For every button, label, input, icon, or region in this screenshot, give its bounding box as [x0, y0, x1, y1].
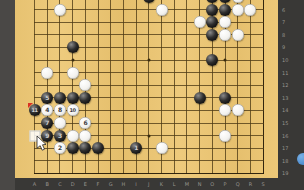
stone-white[interactable]: [79, 79, 91, 91]
row-label: 16: [282, 133, 288, 138]
grid-line-horizontal: [34, 123, 264, 124]
grid-line-horizontal: [34, 160, 264, 161]
column-label: C: [58, 182, 62, 187]
move-number-label: 8: [58, 107, 62, 113]
stone-white[interactable]: [156, 142, 168, 154]
column-label: A: [33, 182, 36, 187]
stone-white[interactable]: [232, 104, 244, 116]
stone-white[interactable]: [67, 130, 79, 142]
stone-black[interactable]: [219, 4, 231, 16]
column-label: F: [97, 182, 100, 187]
stone-black[interactable]: [67, 41, 79, 53]
column-label: B: [45, 182, 48, 187]
mouse-cursor-icon: [36, 136, 48, 152]
stone-white[interactable]: [54, 117, 66, 129]
stone-white[interactable]: [156, 4, 168, 16]
column-label: S: [262, 182, 265, 187]
column-label: D: [71, 182, 75, 187]
stone-white[interactable]: [79, 130, 91, 142]
stone-black[interactable]: [206, 4, 218, 16]
stone-black[interactable]: [67, 92, 79, 104]
stone-white[interactable]: [194, 16, 206, 28]
stone-black[interactable]: [206, 29, 218, 41]
grid-line-horizontal: [34, 85, 264, 86]
stone-black[interactable]: [92, 142, 104, 154]
stone-black[interactable]: [206, 54, 218, 66]
column-label: Q: [236, 182, 240, 187]
row-label: 6: [282, 7, 285, 12]
move-number-label: 6: [83, 120, 87, 126]
go-app-screen: 5114810769321 ABCDEFGHIJKLMNOPQRS6789101…: [0, 0, 304, 190]
column-label: I: [135, 182, 136, 187]
column-label: N: [198, 182, 202, 187]
star-point: [71, 59, 74, 62]
stone-white[interactable]: 8: [54, 104, 66, 116]
move-number-label: 5: [45, 95, 49, 101]
star-point: [224, 59, 227, 62]
move-number-label: 10: [70, 107, 76, 113]
stone-white[interactable]: 10: [67, 104, 79, 116]
stone-black[interactable]: [67, 142, 79, 154]
row-label: 12: [282, 83, 288, 88]
row-label: 17: [282, 146, 288, 151]
row-label: 7: [282, 20, 285, 25]
row-label: 13: [282, 95, 288, 100]
grid-line-horizontal: [34, 173, 264, 174]
column-label: P: [223, 182, 226, 187]
move-number-label: 7: [45, 120, 49, 126]
row-label: 18: [282, 158, 288, 163]
blue-badge-icon[interactable]: [297, 153, 304, 165]
stone-black[interactable]: [54, 92, 66, 104]
stone-black[interactable]: 1: [130, 142, 142, 154]
star-point: [147, 59, 150, 62]
move-number-label: 2: [58, 145, 62, 151]
stone-black[interactable]: [79, 142, 91, 154]
star-point: [147, 134, 150, 137]
column-label: G: [109, 182, 113, 187]
move-number-label: 1: [134, 145, 138, 151]
column-label: H: [122, 182, 126, 187]
stone-white[interactable]: [54, 4, 66, 16]
column-label: O: [210, 182, 214, 187]
row-label: 9: [282, 45, 285, 50]
move-number-label: 4: [45, 107, 49, 113]
stone-white[interactable]: [219, 104, 231, 116]
column-label: R: [249, 182, 252, 187]
row-label: 14: [282, 108, 288, 113]
row-label: 8: [282, 32, 285, 37]
column-label: E: [84, 182, 87, 187]
stone-white[interactable]: [219, 130, 231, 142]
row-label: 15: [282, 121, 288, 126]
row-label: 11: [282, 70, 288, 75]
stone-white[interactable]: [244, 4, 256, 16]
stone-black[interactable]: 3: [54, 130, 66, 142]
stone-white[interactable]: [232, 29, 244, 41]
stone-white[interactable]: [219, 16, 231, 28]
stone-white[interactable]: 6: [79, 117, 91, 129]
stone-white[interactable]: [41, 67, 53, 79]
row-label: 10: [282, 58, 288, 63]
move-number-label: 3: [58, 133, 62, 139]
stone-black[interactable]: [194, 92, 206, 104]
column-label: L: [173, 182, 176, 187]
left-panel: [0, 0, 15, 190]
stone-black[interactable]: [219, 92, 231, 104]
column-label: M: [185, 182, 189, 187]
stone-black[interactable]: [79, 92, 91, 104]
column-label: J: [148, 182, 149, 187]
row-label: 19: [282, 171, 288, 176]
column-label: K: [160, 182, 163, 187]
stone-black[interactable]: 7: [41, 117, 53, 129]
stone-black[interactable]: 5: [41, 92, 53, 104]
stone-white[interactable]: [67, 67, 79, 79]
stone-white[interactable]: [219, 29, 231, 41]
stone-white[interactable]: 4: [41, 104, 53, 116]
stone-white[interactable]: 2: [54, 142, 66, 154]
stone-black[interactable]: [206, 16, 218, 28]
stone-white[interactable]: [232, 4, 244, 16]
current-move-marker: [28, 103, 33, 108]
